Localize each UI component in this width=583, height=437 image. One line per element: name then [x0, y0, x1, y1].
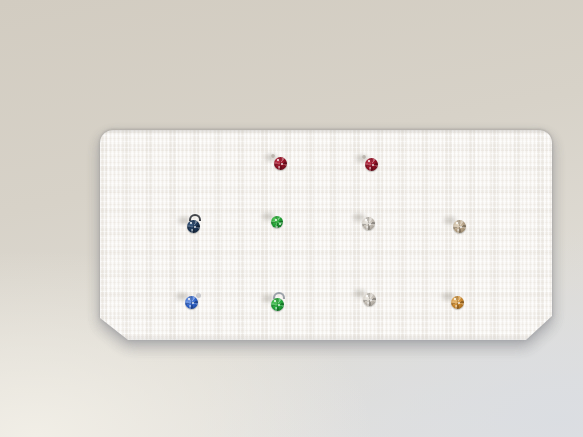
sapphire-dark-stud-middle-left — [187, 220, 200, 233]
studs-layer — [0, 0, 583, 437]
gemstone — [185, 296, 198, 309]
citrine-stud-bottom-right — [451, 296, 464, 309]
gemstone — [453, 220, 466, 233]
gemstone — [271, 298, 284, 311]
gemstone — [271, 216, 283, 228]
gemstone — [451, 296, 464, 309]
ruby-stud-top-right — [365, 158, 378, 171]
prong-glint — [271, 154, 275, 158]
sapphire-bright-stud-bottom-left — [185, 296, 198, 309]
gemstone — [365, 158, 378, 171]
gemstone — [362, 217, 375, 230]
crystal-stud-middle — [362, 217, 375, 230]
prong-glint — [196, 293, 201, 298]
champagne-stud-middle-right — [453, 220, 466, 233]
prong-glint — [362, 155, 366, 159]
gemstone — [274, 157, 287, 170]
ruby-stud-top-left — [274, 157, 287, 170]
gemstone — [363, 293, 376, 306]
crystal-stud-bottom — [363, 293, 376, 306]
emerald-stud-bottom — [271, 298, 284, 311]
photo-backdrop — [0, 0, 583, 437]
gemstone — [187, 220, 200, 233]
emerald-stud-middle — [271, 216, 283, 228]
